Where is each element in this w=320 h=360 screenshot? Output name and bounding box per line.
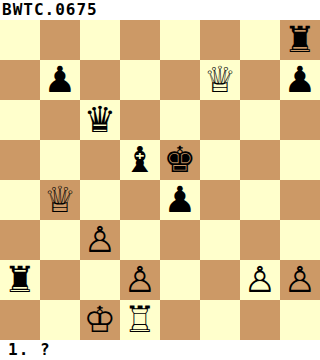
square-e3[interactable]	[160, 220, 200, 260]
square-h5[interactable]	[280, 140, 320, 180]
square-d2[interactable]: ♙	[120, 260, 160, 300]
square-a2[interactable]: ♜	[0, 260, 40, 300]
piece-black-rook-h8: ♜	[284, 20, 316, 60]
square-g2[interactable]: ♙	[240, 260, 280, 300]
piece-white-queen-b4: ♕	[44, 180, 76, 220]
square-e5[interactable]: ♚	[160, 140, 200, 180]
square-e2[interactable]	[160, 260, 200, 300]
square-b2[interactable]	[40, 260, 80, 300]
piece-black-pawn-h7: ♟	[284, 60, 316, 100]
square-a8[interactable]	[0, 20, 40, 60]
square-b5[interactable]	[40, 140, 80, 180]
piece-white-pawn-c3: ♙	[84, 220, 116, 260]
piece-black-king-e5: ♚	[164, 140, 196, 180]
piece-black-pawn-b7: ♟	[44, 60, 76, 100]
square-g1[interactable]	[240, 300, 280, 340]
square-c5[interactable]	[80, 140, 120, 180]
piece-white-pawn-h2: ♙	[284, 260, 316, 300]
square-h8[interactable]: ♜	[280, 20, 320, 60]
square-f5[interactable]	[200, 140, 240, 180]
square-h6[interactable]	[280, 100, 320, 140]
chess-board: ♜♟♕♟♛♝♚♕♟♙♜♙♙♙♔♖	[0, 20, 320, 340]
piece-black-pawn-e4: ♟	[164, 180, 196, 220]
square-b7[interactable]: ♟	[40, 60, 80, 100]
square-e7[interactable]	[160, 60, 200, 100]
square-h1[interactable]	[280, 300, 320, 340]
square-e1[interactable]	[160, 300, 200, 340]
square-a7[interactable]	[0, 60, 40, 100]
square-a6[interactable]	[0, 100, 40, 140]
square-g8[interactable]	[240, 20, 280, 60]
piece-white-pawn-g2: ♙	[244, 260, 276, 300]
square-h2[interactable]: ♙	[280, 260, 320, 300]
square-c7[interactable]	[80, 60, 120, 100]
square-f4[interactable]	[200, 180, 240, 220]
square-e6[interactable]	[160, 100, 200, 140]
puzzle-title: BWTC.0675	[0, 0, 320, 20]
square-f6[interactable]	[200, 100, 240, 140]
square-a1[interactable]	[0, 300, 40, 340]
square-c6[interactable]: ♛	[80, 100, 120, 140]
square-b6[interactable]	[40, 100, 80, 140]
square-b4[interactable]: ♕	[40, 180, 80, 220]
piece-white-queen-f7: ♕	[204, 60, 236, 100]
square-g7[interactable]	[240, 60, 280, 100]
square-d3[interactable]	[120, 220, 160, 260]
piece-white-king-c1: ♔	[84, 300, 116, 340]
square-d8[interactable]	[120, 20, 160, 60]
square-d4[interactable]	[120, 180, 160, 220]
piece-black-rook-a2: ♜	[4, 260, 36, 300]
square-f3[interactable]	[200, 220, 240, 260]
square-g5[interactable]	[240, 140, 280, 180]
piece-white-pawn-d2: ♙	[124, 260, 156, 300]
square-f7[interactable]: ♕	[200, 60, 240, 100]
square-g6[interactable]	[240, 100, 280, 140]
piece-black-bishop-d5: ♝	[124, 140, 156, 180]
square-b3[interactable]	[40, 220, 80, 260]
square-h7[interactable]: ♟	[280, 60, 320, 100]
square-f2[interactable]	[200, 260, 240, 300]
square-e8[interactable]	[160, 20, 200, 60]
square-d5[interactable]: ♝	[120, 140, 160, 180]
square-e4[interactable]: ♟	[160, 180, 200, 220]
square-c2[interactable]	[80, 260, 120, 300]
square-c1[interactable]: ♔	[80, 300, 120, 340]
square-a3[interactable]	[0, 220, 40, 260]
square-d7[interactable]	[120, 60, 160, 100]
square-h3[interactable]	[280, 220, 320, 260]
square-d6[interactable]	[120, 100, 160, 140]
square-b8[interactable]	[40, 20, 80, 60]
square-f8[interactable]	[200, 20, 240, 60]
piece-black-queen-c6: ♛	[84, 100, 116, 140]
square-h4[interactable]	[280, 180, 320, 220]
square-d1[interactable]: ♖	[120, 300, 160, 340]
move-prompt: 1. ?	[0, 340, 320, 360]
square-c4[interactable]	[80, 180, 120, 220]
square-g3[interactable]	[240, 220, 280, 260]
piece-white-rook-d1: ♖	[124, 300, 156, 340]
square-c8[interactable]	[80, 20, 120, 60]
square-g4[interactable]	[240, 180, 280, 220]
square-c3[interactable]: ♙	[80, 220, 120, 260]
square-f1[interactable]	[200, 300, 240, 340]
square-a5[interactable]	[0, 140, 40, 180]
square-a4[interactable]	[0, 180, 40, 220]
square-b1[interactable]	[40, 300, 80, 340]
